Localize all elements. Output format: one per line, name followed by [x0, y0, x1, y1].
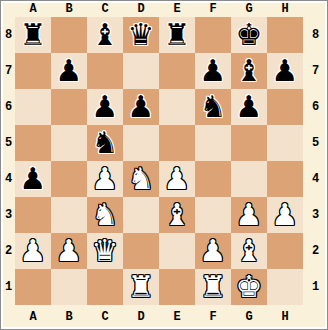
square-e2[interactable] — [159, 233, 195, 269]
rank-label-left-5: 5 — [2, 125, 15, 161]
square-f1[interactable]: ♜ — [195, 269, 231, 305]
file-labels-bottom: ABCDEFGH — [15, 305, 303, 328]
rank-label-right-8: 8 — [303, 17, 328, 53]
square-e5[interactable] — [159, 125, 195, 161]
square-f6[interactable]: ♞ — [195, 89, 231, 125]
square-g1[interactable]: ♚ — [231, 269, 267, 305]
white-knight[interactable]: ♞ — [92, 197, 119, 233]
file-label-top-e: E — [159, 2, 195, 16]
square-h4[interactable] — [267, 161, 303, 197]
file-label-bottom-b: B — [51, 305, 87, 328]
black-pawn[interactable]: ♟ — [200, 53, 227, 89]
square-d1[interactable]: ♜ — [123, 269, 159, 305]
black-bishop[interactable]: ♝ — [92, 17, 119, 53]
square-e1[interactable] — [159, 269, 195, 305]
file-label-bottom-d: D — [123, 305, 159, 328]
rank-label-right-3: 3 — [303, 197, 328, 233]
black-queen[interactable]: ♛ — [128, 17, 155, 53]
square-b8[interactable] — [51, 17, 87, 53]
square-b7[interactable]: ♟ — [51, 53, 87, 89]
white-rook[interactable]: ♜ — [200, 269, 227, 305]
rank-label-left-2: 2 — [2, 233, 15, 269]
file-label-top-c: C — [87, 2, 123, 16]
black-pawn[interactable]: ♟ — [128, 89, 155, 125]
white-pawn[interactable]: ♟ — [92, 161, 119, 197]
square-d8[interactable]: ♛ — [123, 17, 159, 53]
square-a3[interactable] — [15, 197, 51, 233]
square-a5[interactable] — [15, 125, 51, 161]
square-e4[interactable]: ♟ — [159, 161, 195, 197]
square-c6[interactable]: ♟ — [87, 89, 123, 125]
square-f2[interactable]: ♟ — [195, 233, 231, 269]
black-pawn[interactable]: ♟ — [236, 89, 263, 125]
square-g3[interactable]: ♟ — [231, 197, 267, 233]
white-pawn[interactable]: ♟ — [164, 161, 191, 197]
square-c4[interactable]: ♟ — [87, 161, 123, 197]
file-label-bottom-e: E — [159, 305, 195, 328]
file-label-top-d: D — [123, 2, 159, 16]
file-label-bottom-f: F — [195, 305, 231, 328]
square-h1[interactable] — [267, 269, 303, 305]
square-c8[interactable]: ♝ — [87, 17, 123, 53]
square-a1[interactable] — [15, 269, 51, 305]
square-g2[interactable]: ♝ — [231, 233, 267, 269]
rank-labels-left: 87654321 — [2, 17, 15, 305]
file-labels-top: ABCDEFGH — [15, 2, 303, 16]
file-label-bottom-a: A — [15, 305, 51, 328]
square-g7[interactable]: ♝ — [231, 53, 267, 89]
square-b5[interactable] — [51, 125, 87, 161]
square-a7[interactable] — [15, 53, 51, 89]
rank-labels-right: 87654321 — [303, 17, 328, 305]
square-e3[interactable]: ♝ — [159, 197, 195, 233]
square-d4[interactable]: ♞ — [123, 161, 159, 197]
square-b3[interactable] — [51, 197, 87, 233]
black-knight[interactable]: ♞ — [92, 125, 119, 161]
square-b4[interactable] — [51, 161, 87, 197]
rank-label-left-4: 4 — [2, 161, 15, 197]
square-a4[interactable]: ♟ — [15, 161, 51, 197]
rank-label-right-4: 4 — [303, 161, 328, 197]
square-f4[interactable] — [195, 161, 231, 197]
white-king[interactable]: ♚ — [236, 269, 263, 305]
square-a8[interactable]: ♜ — [15, 17, 51, 53]
square-e6[interactable] — [159, 89, 195, 125]
black-bishop[interactable]: ♝ — [236, 53, 263, 89]
square-c2[interactable]: ♛ — [87, 233, 123, 269]
square-b6[interactable] — [51, 89, 87, 125]
rank-label-right-5: 5 — [303, 125, 328, 161]
white-rook[interactable]: ♜ — [128, 269, 155, 305]
file-label-top-g: G — [231, 2, 267, 16]
file-label-top-h: H — [267, 2, 303, 16]
black-king[interactable]: ♚ — [236, 17, 263, 53]
square-h6[interactable] — [267, 89, 303, 125]
square-g8[interactable]: ♚ — [231, 17, 267, 53]
rank-label-left-7: 7 — [2, 53, 15, 89]
white-pawn[interactable]: ♟ — [56, 233, 83, 269]
square-d5[interactable] — [123, 125, 159, 161]
square-h7[interactable]: ♟ — [267, 53, 303, 89]
rank-label-left-3: 3 — [2, 197, 15, 233]
square-h8[interactable] — [267, 17, 303, 53]
square-h3[interactable]: ♟ — [267, 197, 303, 233]
square-d3[interactable] — [123, 197, 159, 233]
black-pawn[interactable]: ♟ — [92, 89, 119, 125]
black-knight[interactable]: ♞ — [200, 89, 227, 125]
rank-label-left-6: 6 — [2, 89, 15, 125]
square-c5[interactable]: ♞ — [87, 125, 123, 161]
square-b2[interactable]: ♟ — [51, 233, 87, 269]
black-pawn[interactable]: ♟ — [56, 53, 83, 89]
white-pawn[interactable]: ♟ — [20, 233, 47, 269]
square-a6[interactable] — [15, 89, 51, 125]
square-f5[interactable] — [195, 125, 231, 161]
black-pawn[interactable]: ♟ — [272, 53, 299, 89]
white-pawn[interactable]: ♟ — [236, 197, 263, 233]
square-d7[interactable] — [123, 53, 159, 89]
square-e8[interactable]: ♜ — [159, 17, 195, 53]
square-a2[interactable]: ♟ — [15, 233, 51, 269]
rank-label-right-6: 6 — [303, 89, 328, 125]
file-label-bottom-c: C — [87, 305, 123, 328]
rank-label-left-1: 1 — [2, 269, 15, 305]
square-e7[interactable] — [159, 53, 195, 89]
rank-label-right-7: 7 — [303, 53, 328, 89]
white-pawn[interactable]: ♟ — [200, 233, 227, 269]
square-h5[interactable] — [267, 125, 303, 161]
square-b1[interactable] — [51, 269, 87, 305]
file-label-top-b: B — [51, 2, 87, 16]
square-c3[interactable]: ♞ — [87, 197, 123, 233]
board: ♜♝♛♜♚♟♟♝♟♟♟♞♟♞♟♟♞♟♞♝♟♟♟♟♛♟♝♜♜♚ — [15, 17, 303, 305]
white-bishop[interactable]: ♝ — [236, 233, 263, 269]
square-g4[interactable] — [231, 161, 267, 197]
file-label-top-a: A — [15, 2, 51, 16]
rank-label-left-8: 8 — [2, 17, 15, 53]
square-g6[interactable]: ♟ — [231, 89, 267, 125]
black-pawn[interactable]: ♟ — [20, 161, 47, 197]
white-knight[interactable]: ♞ — [128, 161, 155, 197]
square-h2[interactable] — [267, 233, 303, 269]
file-label-bottom-h: H — [267, 305, 303, 328]
chessboard-window: ABCDEFGH ABCDEFGH 87654321 87654321 ♜♝♛♜… — [0, 0, 328, 330]
file-label-bottom-g: G — [231, 305, 267, 328]
square-f3[interactable] — [195, 197, 231, 233]
square-d6[interactable]: ♟ — [123, 89, 159, 125]
square-f8[interactable] — [195, 17, 231, 53]
white-queen[interactable]: ♛ — [92, 233, 119, 269]
black-rook[interactable]: ♜ — [20, 17, 47, 53]
rank-label-right-1: 1 — [303, 269, 328, 305]
white-bishop[interactable]: ♝ — [164, 197, 191, 233]
square-c1[interactable] — [87, 269, 123, 305]
square-c7[interactable] — [87, 53, 123, 89]
white-pawn[interactable]: ♟ — [272, 197, 299, 233]
file-label-top-f: F — [195, 2, 231, 16]
rank-label-right-2: 2 — [303, 233, 328, 269]
black-rook[interactable]: ♜ — [164, 17, 191, 53]
square-f7[interactable]: ♟ — [195, 53, 231, 89]
square-d2[interactable] — [123, 233, 159, 269]
square-g5[interactable] — [231, 125, 267, 161]
